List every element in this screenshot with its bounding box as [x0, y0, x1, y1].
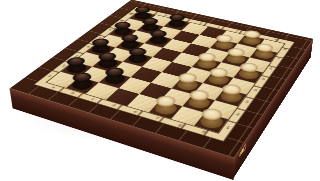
checker-light[interactable] — [198, 115, 224, 131]
checker-dark[interactable] — [126, 54, 149, 65]
photo-stage: abcdefgh abcdefgh 87654321 87654321 — [0, 0, 320, 181]
checker-dark[interactable] — [70, 79, 95, 92]
checker-light[interactable] — [153, 102, 179, 117]
